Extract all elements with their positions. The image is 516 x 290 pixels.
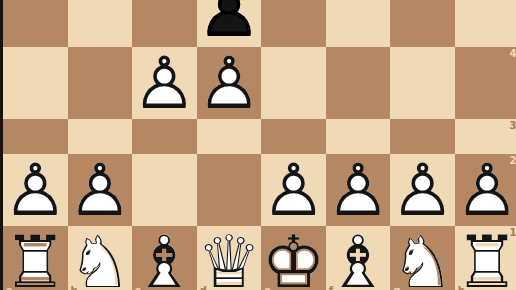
piece-white-pawn[interactable]: ♟♙ — [326, 154, 391, 226]
piece-black-pawn[interactable]: ♟♙ — [197, 0, 262, 47]
square-c4[interactable]: ♟♙ — [132, 47, 197, 119]
square-b4[interactable] — [68, 47, 133, 119]
piece-glyph-outline: ♕ — [197, 226, 262, 290]
square-f5[interactable] — [326, 0, 391, 47]
piece-white-knight[interactable]: ♞♘ — [68, 226, 133, 290]
square-c2[interactable] — [132, 154, 197, 226]
piece-glyph-outline: ♙ — [132, 47, 197, 119]
square-f2[interactable]: ♟♙ — [326, 154, 391, 226]
piece-white-pawn[interactable]: ♟♙ — [455, 154, 516, 226]
square-a2[interactable]: ♟♙ — [3, 154, 68, 226]
square-e5[interactable] — [261, 0, 326, 47]
square-c1[interactable]: c♝♗ — [132, 226, 197, 290]
square-b1[interactable]: b♞♘ — [68, 226, 133, 290]
piece-glyph-outline: ♙ — [326, 154, 391, 226]
square-d2[interactable] — [197, 154, 262, 226]
piece-glyph-outline: ♙ — [390, 154, 455, 226]
piece-white-pawn[interactable]: ♟♙ — [197, 47, 262, 119]
piece-white-queen[interactable]: ♛♕ — [197, 226, 262, 290]
piece-glyph-outline: ♙ — [197, 47, 262, 119]
square-h4[interactable]: 4 — [455, 47, 516, 119]
square-c5[interactable] — [132, 0, 197, 47]
rank-label-3: 3 — [509, 121, 516, 131]
piece-white-bishop[interactable]: ♝♗ — [132, 226, 197, 290]
chess-board: ♟♙♟♙♟♙43♟♙♟♙♟♙♟♙♟♙2♟♙a♜♖b♞♘c♝♗d♛♕e♚♔f♝♗g… — [3, 0, 516, 290]
square-e2[interactable]: ♟♙ — [261, 154, 326, 226]
square-a1[interactable]: a♜♖ — [3, 226, 68, 290]
square-a5[interactable] — [3, 0, 68, 47]
square-h5[interactable] — [455, 0, 516, 47]
square-g5[interactable] — [390, 0, 455, 47]
piece-glyph-outline: ♗ — [132, 226, 197, 290]
piece-white-pawn[interactable]: ♟♙ — [390, 154, 455, 226]
square-b2[interactable]: ♟♙ — [68, 154, 133, 226]
piece-white-rook[interactable]: ♜♖ — [3, 226, 68, 290]
square-g4[interactable] — [390, 47, 455, 119]
chess-board-viewport: ♟♙♟♙♟♙43♟♙♟♙♟♙♟♙♟♙2♟♙a♜♖b♞♘c♝♗d♛♕e♚♔f♝♗g… — [0, 0, 516, 290]
piece-glyph-outline: ♔ — [261, 226, 326, 290]
square-d4[interactable]: ♟♙ — [197, 47, 262, 119]
piece-white-pawn[interactable]: ♟♙ — [261, 154, 326, 226]
piece-white-bishop[interactable]: ♝♗ — [326, 226, 391, 290]
square-f1[interactable]: f♝♗ — [326, 226, 391, 290]
piece-glyph-outline: ♙ — [197, 0, 262, 47]
square-a4[interactable] — [3, 47, 68, 119]
piece-glyph-outline: ♙ — [3, 154, 68, 226]
piece-white-pawn[interactable]: ♟♙ — [68, 154, 133, 226]
square-h1[interactable]: 1h♜♖ — [455, 226, 516, 290]
piece-white-king[interactable]: ♚♔ — [261, 226, 326, 290]
piece-white-pawn[interactable]: ♟♙ — [3, 154, 68, 226]
square-d1[interactable]: d♛♕ — [197, 226, 262, 290]
square-e1[interactable]: e♚♔ — [261, 226, 326, 290]
piece-white-pawn[interactable]: ♟♙ — [132, 47, 197, 119]
piece-glyph-outline: ♙ — [455, 154, 516, 226]
piece-glyph-outline: ♙ — [261, 154, 326, 226]
piece-glyph-outline: ♙ — [68, 154, 133, 226]
piece-glyph-outline: ♖ — [455, 226, 516, 290]
square-b5[interactable] — [68, 0, 133, 47]
square-e4[interactable] — [261, 47, 326, 119]
square-d3[interactable] — [197, 119, 262, 154]
square-h2[interactable]: 2♟♙ — [455, 154, 516, 226]
square-c3[interactable] — [132, 119, 197, 154]
square-f4[interactable] — [326, 47, 391, 119]
rank-label-4: 4 — [509, 49, 516, 59]
square-g2[interactable]: ♟♙ — [390, 154, 455, 226]
square-g1[interactable]: g♞♘ — [390, 226, 455, 290]
piece-glyph-outline: ♖ — [3, 226, 68, 290]
square-d5[interactable]: ♟♙ — [197, 0, 262, 47]
piece-white-knight[interactable]: ♞♘ — [390, 226, 455, 290]
piece-white-rook[interactable]: ♜♖ — [455, 226, 516, 290]
piece-glyph-outline: ♘ — [390, 226, 455, 290]
piece-glyph-outline: ♗ — [326, 226, 391, 290]
piece-glyph-outline: ♘ — [68, 226, 133, 290]
